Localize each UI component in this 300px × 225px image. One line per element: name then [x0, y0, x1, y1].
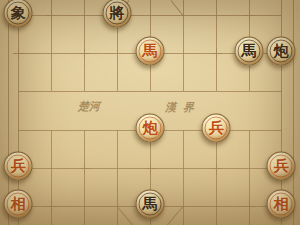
rank-line: [18, 168, 282, 169]
rank-line: [18, 15, 282, 16]
piece-character: 相: [5, 191, 32, 218]
file-line: [84, 130, 85, 225]
file-line: [183, 130, 184, 225]
piece-character: 兵: [268, 152, 295, 179]
piece-red-cannon[interactable]: 炮: [136, 113, 165, 142]
file-line: [216, 130, 217, 225]
piece-character: 炮: [268, 38, 295, 65]
palace-diagonal-line: [171, 0, 184, 16]
file-line: [183, 0, 184, 91]
piece-character: 兵: [203, 114, 230, 141]
piece-character: 馬: [137, 191, 164, 218]
file-line: [51, 130, 52, 225]
piece-character: 象: [5, 0, 32, 27]
river-label-left: 楚河: [78, 99, 100, 114]
piece-black-horse[interactable]: 馬: [235, 37, 264, 66]
piece-character: 馬: [236, 38, 263, 65]
piece-red-soldier[interactable]: 兵: [267, 151, 296, 180]
piece-black-horse[interactable]: 馬: [136, 190, 165, 219]
piece-character: 馬: [137, 38, 164, 65]
piece-black-elephant[interactable]: 象: [4, 0, 33, 28]
file-line: [51, 0, 52, 91]
xiangqi-board[interactable]: 楚河 漢界 象將馬馬炮炮兵兵兵相馬相: [0, 0, 300, 225]
river-label-right: 漢界: [165, 100, 201, 115]
piece-red-soldier[interactable]: 兵: [4, 151, 33, 180]
piece-black-cannon[interactable]: 炮: [267, 37, 296, 66]
piece-character: 將: [104, 0, 131, 27]
piece-red-horse[interactable]: 馬: [136, 37, 165, 66]
piece-character: 兵: [5, 152, 32, 179]
piece-character: 相: [268, 191, 295, 218]
piece-character: 炮: [137, 114, 164, 141]
piece-red-soldier[interactable]: 兵: [202, 113, 231, 142]
piece-red-elephant[interactable]: 相: [4, 190, 33, 219]
file-line: [249, 130, 250, 225]
piece-black-general[interactable]: 將: [103, 0, 132, 28]
file-line: [84, 0, 85, 91]
file-line: [117, 130, 118, 225]
piece-red-elephant[interactable]: 相: [267, 190, 296, 219]
rank-line: [18, 91, 282, 92]
file-line: [216, 0, 217, 91]
